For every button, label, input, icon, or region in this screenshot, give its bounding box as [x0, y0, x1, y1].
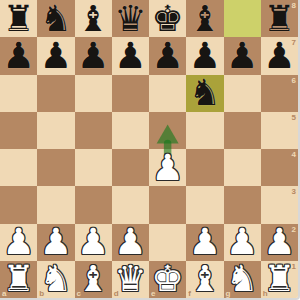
black-knight-f6[interactable]: ♞: [186, 75, 223, 112]
square-h6[interactable]: 6: [261, 75, 298, 112]
square-h4[interactable]: 4: [261, 149, 298, 186]
black-pawn-e7[interactable]: ♟: [149, 37, 186, 74]
square-c5[interactable]: [75, 112, 112, 149]
square-d4[interactable]: [112, 149, 149, 186]
square-d8[interactable]: ♛: [112, 0, 149, 37]
square-e8[interactable]: ♚: [149, 0, 186, 37]
square-g2[interactable]: ♟: [224, 224, 261, 261]
square-f2[interactable]: ♟: [186, 224, 223, 261]
square-b2[interactable]: ♟: [37, 224, 74, 261]
square-h3[interactable]: 3: [261, 186, 298, 223]
black-pawn-h7[interactable]: ♟: [261, 37, 298, 74]
square-h8[interactable]: 8♜: [261, 0, 298, 37]
square-d3[interactable]: [112, 186, 149, 223]
square-f6[interactable]: ♞: [186, 75, 223, 112]
square-g8[interactable]: [224, 0, 261, 37]
square-c7[interactable]: ♟: [75, 37, 112, 74]
white-pawn-b2[interactable]: ♟: [37, 224, 74, 261]
square-b5[interactable]: [37, 112, 74, 149]
square-g5[interactable]: [224, 112, 261, 149]
square-a2[interactable]: ♟: [0, 224, 37, 261]
square-c8[interactable]: ♝: [75, 0, 112, 37]
square-b3[interactable]: [37, 186, 74, 223]
square-d7[interactable]: ♟: [112, 37, 149, 74]
black-knight-b8[interactable]: ♞: [37, 0, 74, 37]
square-g1[interactable]: g♞: [224, 261, 261, 298]
white-queen-d1[interactable]: ♛: [112, 261, 149, 298]
black-pawn-f7[interactable]: ♟: [186, 37, 223, 74]
square-e2[interactable]: [149, 224, 186, 261]
white-king-e1[interactable]: ♚: [149, 261, 186, 298]
square-e7[interactable]: ♟: [149, 37, 186, 74]
square-a3[interactable]: [0, 186, 37, 223]
square-e3[interactable]: [149, 186, 186, 223]
rank-label-6: 6: [292, 76, 296, 85]
chess-board-frame: ♜♞♝♛♚♝8♜♟♟♟♟♟♟♟7♟♞65♟43♟♟♟♟♟♟2♟a♜b♞c♝d♛e…: [0, 0, 300, 300]
white-pawn-d2[interactable]: ♟: [112, 224, 149, 261]
black-pawn-c7[interactable]: ♟: [75, 37, 112, 74]
square-h2[interactable]: 2♟: [261, 224, 298, 261]
black-pawn-g7[interactable]: ♟: [224, 37, 261, 74]
square-d1[interactable]: d♛: [112, 261, 149, 298]
square-g7[interactable]: ♟: [224, 37, 261, 74]
black-pawn-d7[interactable]: ♟: [112, 37, 149, 74]
square-c3[interactable]: [75, 186, 112, 223]
rank-label-5: 5: [292, 113, 296, 122]
black-pawn-a7[interactable]: ♟: [0, 37, 37, 74]
square-g6[interactable]: [224, 75, 261, 112]
white-pawn-h2[interactable]: ♟: [261, 224, 298, 261]
square-c4[interactable]: [75, 149, 112, 186]
square-c2[interactable]: ♟: [75, 224, 112, 261]
white-pawn-f2[interactable]: ♟: [186, 224, 223, 261]
square-a7[interactable]: ♟: [0, 37, 37, 74]
chess-board[interactable]: ♜♞♝♛♚♝8♜♟♟♟♟♟♟♟7♟♞65♟43♟♟♟♟♟♟2♟a♜b♞c♝d♛e…: [0, 0, 298, 298]
square-f5[interactable]: [186, 112, 223, 149]
square-a4[interactable]: [0, 149, 37, 186]
white-bishop-f1[interactable]: ♝: [186, 261, 223, 298]
square-g3[interactable]: [224, 186, 261, 223]
square-e1[interactable]: e♚: [149, 261, 186, 298]
black-rook-h8[interactable]: ♜: [261, 0, 298, 37]
square-b4[interactable]: [37, 149, 74, 186]
square-a8[interactable]: ♜: [0, 0, 37, 37]
white-rook-a1[interactable]: ♜: [0, 261, 37, 298]
black-pawn-b7[interactable]: ♟: [37, 37, 74, 74]
square-h7[interactable]: 7♟: [261, 37, 298, 74]
square-a1[interactable]: a♜: [0, 261, 37, 298]
square-h5[interactable]: 5: [261, 112, 298, 149]
black-rook-a8[interactable]: ♜: [0, 0, 37, 37]
square-f4[interactable]: [186, 149, 223, 186]
square-b8[interactable]: ♞: [37, 0, 74, 37]
square-c1[interactable]: c♝: [75, 261, 112, 298]
white-pawn-c2[interactable]: ♟: [75, 224, 112, 261]
square-c6[interactable]: [75, 75, 112, 112]
white-pawn-g2[interactable]: ♟: [224, 224, 261, 261]
square-g4[interactable]: [224, 149, 261, 186]
square-d6[interactable]: [112, 75, 149, 112]
black-king-e8[interactable]: ♚: [149, 0, 186, 37]
square-b6[interactable]: [37, 75, 74, 112]
rank-label-3: 3: [292, 187, 296, 196]
square-d2[interactable]: ♟: [112, 224, 149, 261]
square-f8[interactable]: ♝: [186, 0, 223, 37]
black-queen-d8[interactable]: ♛: [112, 0, 149, 37]
square-b7[interactable]: ♟: [37, 37, 74, 74]
square-a5[interactable]: [0, 112, 37, 149]
square-a6[interactable]: [0, 75, 37, 112]
square-f1[interactable]: f♝: [186, 261, 223, 298]
white-pawn-e4[interactable]: ♟: [149, 149, 186, 186]
square-f3[interactable]: [186, 186, 223, 223]
black-bishop-f8[interactable]: ♝: [186, 0, 223, 37]
rank-label-4: 4: [292, 150, 296, 159]
white-bishop-c1[interactable]: ♝: [75, 261, 112, 298]
white-pawn-a2[interactable]: ♟: [0, 224, 37, 261]
white-knight-b1[interactable]: ♞: [37, 261, 74, 298]
square-f7[interactable]: ♟: [186, 37, 223, 74]
white-rook-h1[interactable]: ♜: [261, 261, 298, 298]
square-h1[interactable]: 1h♜: [261, 261, 298, 298]
square-e5[interactable]: [149, 112, 186, 149]
square-d5[interactable]: [112, 112, 149, 149]
square-e6[interactable]: [149, 75, 186, 112]
black-bishop-c8[interactable]: ♝: [75, 0, 112, 37]
square-e4[interactable]: ♟: [149, 149, 186, 186]
square-b1[interactable]: b♞: [37, 261, 74, 298]
white-knight-g1[interactable]: ♞: [224, 261, 261, 298]
